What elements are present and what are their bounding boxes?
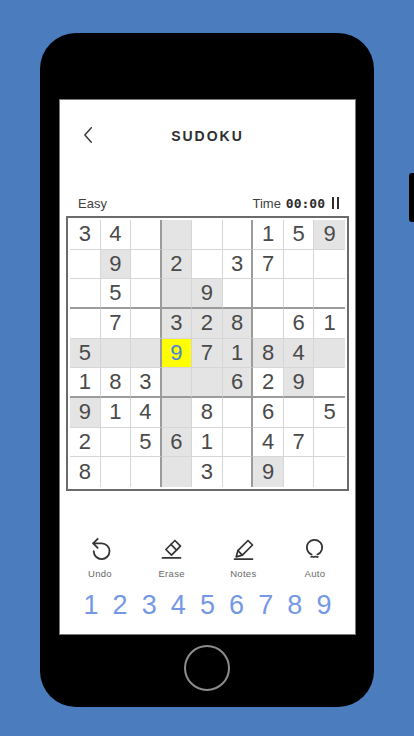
cell-r5c5[interactable]: 7 — [192, 339, 223, 369]
eraser-icon — [158, 536, 185, 563]
cell-r2c2[interactable]: 9 — [101, 250, 132, 280]
cell-r4c8[interactable]: 6 — [284, 309, 315, 339]
cell-r4c2[interactable]: 7 — [101, 309, 132, 339]
cell-r7c3[interactable]: 4 — [131, 398, 162, 428]
page-title: SUDOKU — [60, 128, 355, 144]
cell-r5c9[interactable] — [314, 339, 345, 369]
cell-r5c8[interactable]: 4 — [284, 339, 315, 369]
sudoku-grid: 3415992375973286159718418362991486525614… — [70, 220, 345, 487]
cell-r9c8[interactable] — [284, 457, 315, 487]
cell-r8c3[interactable]: 5 — [131, 428, 162, 458]
cell-r6c3[interactable]: 3 — [131, 368, 162, 398]
pencil-icon — [230, 536, 257, 563]
cell-r7c4[interactable] — [162, 398, 193, 428]
cell-r1c8[interactable]: 5 — [284, 220, 315, 250]
status-row: Easy Time 00:00 — [78, 194, 339, 212]
cell-r6c2[interactable]: 8 — [101, 368, 132, 398]
cell-r6c4[interactable] — [162, 368, 193, 398]
time-value: 00:00 — [286, 196, 325, 211]
cell-r5c1[interactable]: 5 — [70, 339, 101, 369]
screen: SUDOKU Easy Time 00:00 34159923759732861… — [59, 99, 356, 635]
power-button — [409, 173, 414, 222]
cell-r1c7[interactable]: 1 — [253, 220, 284, 250]
numpad: 1 2 3 4 5 6 7 8 9 — [80, 590, 335, 621]
auto-button[interactable]: Auto — [289, 536, 341, 579]
cell-r7c7[interactable]: 6 — [253, 398, 284, 428]
cell-r5c3[interactable] — [131, 339, 162, 369]
cell-r8c8[interactable]: 7 — [284, 428, 315, 458]
cell-r9c2[interactable] — [101, 457, 132, 487]
cell-r2c6[interactable]: 3 — [223, 250, 254, 280]
time-label: Time — [252, 196, 280, 211]
cell-r2c5[interactable] — [192, 250, 223, 280]
cell-r9c6[interactable] — [223, 457, 254, 487]
cell-r3c8[interactable] — [284, 279, 315, 309]
cell-r9c5[interactable]: 3 — [192, 457, 223, 487]
cell-r7c1[interactable]: 9 — [70, 398, 101, 428]
cell-r6c9[interactable] — [314, 368, 345, 398]
cell-r2c4[interactable]: 2 — [162, 250, 193, 280]
cell-r5c7[interactable]: 8 — [253, 339, 284, 369]
pause-button[interactable] — [332, 197, 339, 209]
difficulty-label: Easy — [78, 196, 107, 211]
cell-r1c3[interactable] — [131, 220, 162, 250]
cell-r8c7[interactable]: 4 — [253, 428, 284, 458]
tool-label: Notes — [230, 568, 256, 579]
cell-r7c6[interactable] — [223, 398, 254, 428]
cell-r9c1[interactable]: 8 — [70, 457, 101, 487]
cell-r1c4[interactable] — [162, 220, 193, 250]
cell-r3c9[interactable] — [314, 279, 345, 309]
cell-r1c6[interactable] — [223, 220, 254, 250]
cell-r3c4[interactable] — [162, 279, 193, 309]
toolbar: Undo Erase — [74, 536, 341, 579]
cell-r8c2[interactable] — [101, 428, 132, 458]
cell-r1c9[interactable]: 9 — [314, 220, 345, 250]
cell-r7c9[interactable]: 5 — [314, 398, 345, 428]
erase-button[interactable]: Erase — [146, 536, 198, 579]
cell-r2c3[interactable] — [131, 250, 162, 280]
cell-r1c1[interactable]: 3 — [70, 220, 101, 250]
home-button[interactable] — [184, 645, 230, 691]
numpad-4[interactable]: 4 — [167, 590, 189, 621]
numpad-6[interactable]: 6 — [226, 590, 248, 621]
cell-r6c7[interactable]: 2 — [253, 368, 284, 398]
numpad-2[interactable]: 2 — [109, 590, 131, 621]
sudoku-board: 3415992375973286159718418362991486525614… — [66, 216, 349, 491]
cell-r9c4[interactable] — [162, 457, 193, 487]
numpad-7[interactable]: 7 — [255, 590, 277, 621]
cell-r4c7[interactable] — [253, 309, 284, 339]
cell-r8c4[interactable]: 6 — [162, 428, 193, 458]
cell-r8c1[interactable]: 2 — [70, 428, 101, 458]
cell-r6c1[interactable]: 1 — [70, 368, 101, 398]
cell-r3c5[interactable]: 9 — [192, 279, 223, 309]
cell-r1c2[interactable]: 4 — [101, 220, 132, 250]
cell-r3c1[interactable] — [70, 279, 101, 309]
cell-r1c5[interactable] — [192, 220, 223, 250]
timer: Time 00:00 — [252, 196, 339, 211]
tool-label: Auto — [305, 568, 326, 579]
cell-r3c7[interactable] — [253, 279, 284, 309]
cell-r4c9[interactable]: 1 — [314, 309, 345, 339]
cell-r7c5[interactable]: 8 — [192, 398, 223, 428]
tool-label: Undo — [88, 568, 112, 579]
numpad-5[interactable]: 5 — [197, 590, 219, 621]
cell-r5c4[interactable]: 9 — [162, 339, 193, 369]
cell-r9c3[interactable] — [131, 457, 162, 487]
undo-button[interactable]: Undo — [74, 536, 126, 579]
cell-r6c5[interactable] — [192, 368, 223, 398]
cell-r6c8[interactable]: 9 — [284, 368, 315, 398]
cell-r4c5[interactable]: 2 — [192, 309, 223, 339]
numpad-1[interactable]: 1 — [80, 590, 102, 621]
cell-r5c2[interactable] — [101, 339, 132, 369]
lightbulb-icon — [301, 536, 328, 563]
cell-r4c1[interactable] — [70, 309, 101, 339]
cell-r3c2[interactable]: 5 — [101, 279, 132, 309]
cell-r2c9[interactable] — [314, 250, 345, 280]
cell-r4c6[interactable]: 8 — [223, 309, 254, 339]
cell-r3c3[interactable] — [131, 279, 162, 309]
cell-r6c6[interactable]: 6 — [223, 368, 254, 398]
cell-r7c2[interactable]: 1 — [101, 398, 132, 428]
numpad-8[interactable]: 8 — [284, 590, 306, 621]
numpad-3[interactable]: 3 — [138, 590, 160, 621]
cell-r8c6[interactable] — [223, 428, 254, 458]
notes-button[interactable]: Notes — [217, 536, 269, 579]
cell-r9c7[interactable]: 9 — [253, 457, 284, 487]
cell-r5c6[interactable]: 1 — [223, 339, 254, 369]
cell-r3c6[interactable] — [223, 279, 254, 309]
cell-r2c8[interactable] — [284, 250, 315, 280]
cell-r9c9[interactable] — [314, 457, 345, 487]
cell-r2c7[interactable]: 7 — [253, 250, 284, 280]
cell-r8c9[interactable] — [314, 428, 345, 458]
cell-r7c8[interactable] — [284, 398, 315, 428]
numpad-9[interactable]: 9 — [313, 590, 335, 621]
phone-frame: SUDOKU Easy Time 00:00 34159923759732861… — [40, 33, 374, 707]
cell-r4c4[interactable]: 3 — [162, 309, 193, 339]
cell-r8c5[interactable]: 1 — [192, 428, 223, 458]
undo-icon — [87, 536, 114, 563]
cell-r4c3[interactable] — [131, 309, 162, 339]
cell-r2c1[interactable] — [70, 250, 101, 280]
tool-label: Erase — [158, 568, 184, 579]
